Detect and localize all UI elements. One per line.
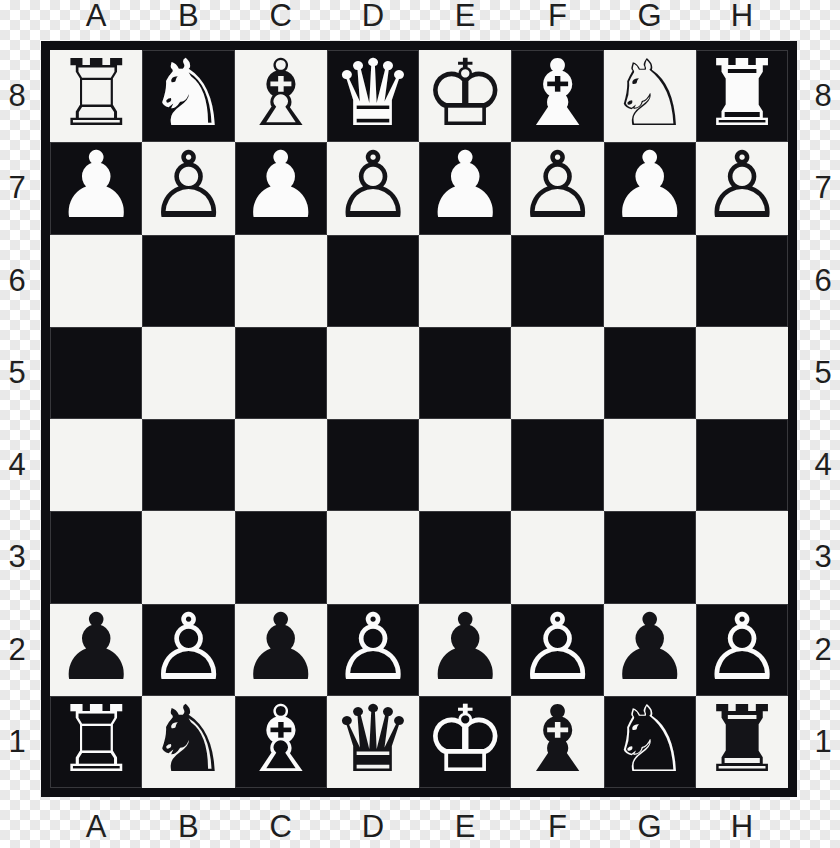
square-f3[interactable] bbox=[511, 511, 603, 603]
rank-label-1: 1 bbox=[0, 696, 34, 788]
square-c6[interactable] bbox=[235, 235, 327, 327]
rank-label-7: 7 bbox=[0, 142, 34, 234]
square-f8[interactable]: ♝ bbox=[511, 50, 603, 142]
piece-black-rook-a1: ♖ bbox=[55, 696, 137, 786]
square-f1[interactable]: ♝ bbox=[511, 696, 603, 788]
square-d5[interactable] bbox=[327, 327, 419, 419]
piece-white-king-e8: ♔ bbox=[424, 50, 506, 140]
square-g7[interactable]: ♟ bbox=[604, 142, 696, 234]
piece-white-knight-b8: ♞ bbox=[147, 50, 229, 140]
square-e7[interactable]: ♟ bbox=[419, 142, 511, 234]
file-label-d: D bbox=[327, 0, 419, 35]
square-h1[interactable]: ♜ bbox=[696, 696, 788, 788]
piece-white-bishop-c8: ♗ bbox=[239, 50, 321, 140]
square-a7[interactable]: ♟ bbox=[50, 142, 142, 234]
square-h7[interactable]: ♙ bbox=[696, 142, 788, 234]
rank-label-8: 8 bbox=[806, 50, 840, 142]
file-label-b: B bbox=[142, 808, 234, 846]
square-c7[interactable]: ♟ bbox=[235, 142, 327, 234]
piece-white-pawn-a7: ♟ bbox=[55, 142, 137, 232]
file-label-h: H bbox=[696, 0, 788, 35]
square-e6[interactable] bbox=[419, 235, 511, 327]
square-b3[interactable] bbox=[142, 511, 234, 603]
rank-label-3: 3 bbox=[0, 511, 34, 603]
rank-label-8: 8 bbox=[0, 50, 34, 142]
square-g1[interactable]: ♘ bbox=[604, 696, 696, 788]
square-d7[interactable]: ♙ bbox=[327, 142, 419, 234]
rank-labels-left: 87654321 bbox=[0, 50, 34, 788]
square-h6[interactable] bbox=[696, 235, 788, 327]
square-a5[interactable] bbox=[50, 327, 142, 419]
square-a3[interactable] bbox=[50, 511, 142, 603]
square-c3[interactable] bbox=[235, 511, 327, 603]
piece-black-king-e1: ♔ bbox=[424, 696, 506, 786]
square-c1[interactable]: ♗ bbox=[235, 696, 327, 788]
transparency-background: ABCDEFGH 87654321 ♖♞♗♛♔♝♘♜♟♙♟♙♟♙♟♙♟♙♟♙♟♙… bbox=[0, 0, 840, 848]
square-e5[interactable] bbox=[419, 327, 511, 419]
piece-white-pawn-g7: ♟ bbox=[608, 142, 690, 232]
square-a6[interactable] bbox=[50, 235, 142, 327]
piece-black-pawn-a2: ♟ bbox=[55, 604, 137, 694]
square-e3[interactable] bbox=[419, 511, 511, 603]
rank-label-4: 4 bbox=[0, 419, 34, 511]
square-h8[interactable]: ♜ bbox=[696, 50, 788, 142]
file-label-f: F bbox=[511, 0, 603, 35]
square-g5[interactable] bbox=[604, 327, 696, 419]
piece-white-pawn-f7: ♙ bbox=[516, 142, 598, 232]
rank-label-4: 4 bbox=[806, 419, 840, 511]
piece-black-pawn-h2: ♙ bbox=[701, 604, 783, 694]
square-c4[interactable] bbox=[235, 419, 327, 511]
piece-white-pawn-e7: ♟ bbox=[424, 142, 506, 232]
file-label-c: C bbox=[235, 0, 327, 35]
square-f2[interactable]: ♙ bbox=[511, 604, 603, 696]
square-d4[interactable] bbox=[327, 419, 419, 511]
piece-white-queen-d8: ♛ bbox=[332, 50, 414, 140]
piece-black-pawn-b2: ♙ bbox=[147, 604, 229, 694]
file-labels-top: ABCDEFGH bbox=[50, 0, 788, 35]
square-f7[interactable]: ♙ bbox=[511, 142, 603, 234]
square-c2[interactable]: ♟ bbox=[235, 604, 327, 696]
piece-white-rook-a8: ♖ bbox=[55, 50, 137, 140]
file-label-d: D bbox=[327, 808, 419, 846]
square-b6[interactable] bbox=[142, 235, 234, 327]
file-label-c: C bbox=[235, 808, 327, 846]
piece-black-knight-g1: ♘ bbox=[608, 696, 690, 786]
square-g6[interactable] bbox=[604, 235, 696, 327]
file-label-a: A bbox=[50, 808, 142, 846]
file-label-g: G bbox=[604, 0, 696, 35]
file-label-a: A bbox=[50, 0, 142, 35]
piece-black-pawn-c2: ♟ bbox=[239, 604, 321, 694]
square-b8[interactable]: ♞ bbox=[142, 50, 234, 142]
square-e4[interactable] bbox=[419, 419, 511, 511]
square-a4[interactable] bbox=[50, 419, 142, 511]
rank-label-6: 6 bbox=[0, 235, 34, 327]
rank-label-5: 5 bbox=[806, 327, 840, 419]
file-labels-bottom: ABCDEFGH bbox=[50, 808, 788, 846]
file-label-b: B bbox=[142, 0, 234, 35]
rank-label-7: 7 bbox=[806, 142, 840, 234]
square-g3[interactable] bbox=[604, 511, 696, 603]
piece-black-queen-d1: ♛ bbox=[332, 696, 414, 786]
rank-label-1: 1 bbox=[806, 696, 840, 788]
rank-label-2: 2 bbox=[0, 604, 34, 696]
square-h3[interactable] bbox=[696, 511, 788, 603]
square-h2[interactable]: ♙ bbox=[696, 604, 788, 696]
square-b5[interactable] bbox=[142, 327, 234, 419]
piece-white-knight-g8: ♘ bbox=[608, 50, 690, 140]
file-label-e: E bbox=[419, 0, 511, 35]
rank-label-5: 5 bbox=[0, 327, 34, 419]
rank-label-2: 2 bbox=[806, 604, 840, 696]
square-b4[interactable] bbox=[142, 419, 234, 511]
square-h5[interactable] bbox=[696, 327, 788, 419]
piece-white-pawn-b7: ♙ bbox=[147, 142, 229, 232]
piece-white-pawn-c7: ♟ bbox=[239, 142, 321, 232]
square-h4[interactable] bbox=[696, 419, 788, 511]
square-d1[interactable]: ♛ bbox=[327, 696, 419, 788]
file-label-f: F bbox=[511, 808, 603, 846]
square-a8[interactable]: ♖ bbox=[50, 50, 142, 142]
square-b2[interactable]: ♙ bbox=[142, 604, 234, 696]
square-d8[interactable]: ♛ bbox=[327, 50, 419, 142]
piece-white-pawn-h7: ♙ bbox=[701, 142, 783, 232]
file-label-h: H bbox=[696, 808, 788, 846]
square-g2[interactable]: ♟ bbox=[604, 604, 696, 696]
square-c5[interactable] bbox=[235, 327, 327, 419]
square-a1[interactable]: ♖ bbox=[50, 696, 142, 788]
square-a2[interactable]: ♟ bbox=[50, 604, 142, 696]
square-e1[interactable]: ♔ bbox=[419, 696, 511, 788]
square-c8[interactable]: ♗ bbox=[235, 50, 327, 142]
square-f6[interactable] bbox=[511, 235, 603, 327]
rank-label-6: 6 bbox=[806, 235, 840, 327]
square-d2[interactable]: ♙ bbox=[327, 604, 419, 696]
piece-black-pawn-e2: ♟ bbox=[424, 604, 506, 694]
square-f5[interactable] bbox=[511, 327, 603, 419]
piece-black-bishop-f1: ♝ bbox=[516, 696, 598, 786]
square-d6[interactable] bbox=[327, 235, 419, 327]
piece-white-rook-h8: ♜ bbox=[701, 50, 783, 140]
square-f4[interactable] bbox=[511, 419, 603, 511]
piece-black-knight-b1: ♞ bbox=[147, 696, 229, 786]
square-g8[interactable]: ♘ bbox=[604, 50, 696, 142]
rank-labels-right: 87654321 bbox=[806, 50, 840, 788]
chess-board: ♖♞♗♛♔♝♘♜♟♙♟♙♟♙♟♙♟♙♟♙♟♙♟♙♖♞♗♛♔♝♘♜ bbox=[41, 41, 797, 797]
rank-label-3: 3 bbox=[806, 511, 840, 603]
piece-black-rook-h1: ♜ bbox=[701, 696, 783, 786]
file-label-g: G bbox=[604, 808, 696, 846]
piece-black-pawn-f2: ♙ bbox=[516, 604, 598, 694]
piece-black-pawn-d2: ♙ bbox=[332, 604, 414, 694]
square-g4[interactable] bbox=[604, 419, 696, 511]
piece-white-bishop-f8: ♝ bbox=[516, 50, 598, 140]
square-b7[interactable]: ♙ bbox=[142, 142, 234, 234]
piece-black-bishop-c1: ♗ bbox=[239, 696, 321, 786]
square-e2[interactable]: ♟ bbox=[419, 604, 511, 696]
piece-black-pawn-g2: ♟ bbox=[608, 604, 690, 694]
square-e8[interactable]: ♔ bbox=[419, 50, 511, 142]
file-label-e: E bbox=[419, 808, 511, 846]
square-b1[interactable]: ♞ bbox=[142, 696, 234, 788]
square-d3[interactable] bbox=[327, 511, 419, 603]
piece-white-pawn-d7: ♙ bbox=[332, 142, 414, 232]
